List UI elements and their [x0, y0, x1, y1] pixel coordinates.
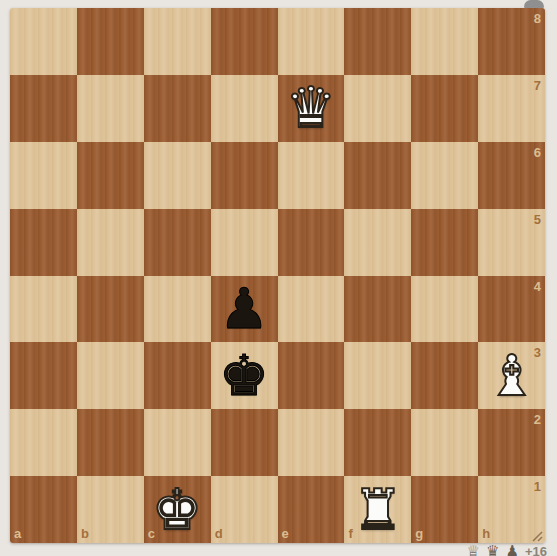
collapse-arrow-icon[interactable]: [524, 0, 544, 8]
square-d8[interactable]: [211, 8, 278, 75]
square-g6[interactable]: [411, 142, 478, 209]
chess-board[interactable]: 8♛765♟4♚3♝2abc♚def♜g1h: [10, 8, 545, 543]
square-h6[interactable]: 6: [478, 142, 545, 209]
square-b6[interactable]: [77, 142, 144, 209]
square-b8[interactable]: [77, 8, 144, 75]
square-e8[interactable]: [278, 8, 345, 75]
piece-white-queen[interactable]: ♛: [286, 80, 336, 136]
square-c6[interactable]: [144, 142, 211, 209]
square-e3[interactable]: [278, 342, 345, 409]
square-h2[interactable]: 2: [478, 409, 545, 476]
chess-app-page: 8♛765♟4♚3♝2abc♚def♜g1h ♕♛♟+16: [0, 0, 557, 556]
piece-white-king[interactable]: ♚: [152, 482, 202, 538]
square-e5[interactable]: [278, 209, 345, 276]
rank-label-7: 7: [534, 78, 541, 93]
captured-pieces-bar: ♕♛♟+16: [467, 544, 547, 556]
piece-black-king[interactable]: ♚: [219, 348, 269, 404]
piece-black-pawn[interactable]: ♟: [219, 281, 269, 337]
square-g7[interactable]: [411, 75, 478, 142]
square-d4[interactable]: ♟: [211, 276, 278, 343]
square-g3[interactable]: [411, 342, 478, 409]
square-c2[interactable]: [144, 409, 211, 476]
file-label-a: a: [14, 526, 21, 541]
square-h5[interactable]: 5: [478, 209, 545, 276]
square-g4[interactable]: [411, 276, 478, 343]
square-f5[interactable]: [344, 209, 411, 276]
square-a3[interactable]: [10, 342, 77, 409]
square-e2[interactable]: [278, 409, 345, 476]
square-d2[interactable]: [211, 409, 278, 476]
square-f3[interactable]: [344, 342, 411, 409]
square-a4[interactable]: [10, 276, 77, 343]
captured-queen-icon: ♛: [486, 544, 499, 556]
square-d5[interactable]: [211, 209, 278, 276]
square-c4[interactable]: [144, 276, 211, 343]
square-b4[interactable]: [77, 276, 144, 343]
square-b1[interactable]: b: [77, 476, 144, 543]
square-g8[interactable]: [411, 8, 478, 75]
square-d7[interactable]: [211, 75, 278, 142]
square-a5[interactable]: [10, 209, 77, 276]
square-d1[interactable]: d: [211, 476, 278, 543]
square-c1[interactable]: c♚: [144, 476, 211, 543]
file-label-g: g: [415, 526, 423, 541]
square-f1[interactable]: f♜: [344, 476, 411, 543]
square-h4[interactable]: 4: [478, 276, 545, 343]
square-g2[interactable]: [411, 409, 478, 476]
square-f7[interactable]: [344, 75, 411, 142]
captured-queen-outline-icon: ♕: [467, 544, 480, 556]
file-label-e: e: [282, 526, 289, 541]
file-label-d: d: [215, 526, 223, 541]
rank-label-4: 4: [534, 279, 541, 294]
square-h3[interactable]: 3♝: [478, 342, 545, 409]
piece-white-bishop[interactable]: ♝: [486, 348, 536, 404]
square-g5[interactable]: [411, 209, 478, 276]
rank-label-6: 6: [534, 145, 541, 160]
square-e1[interactable]: e: [278, 476, 345, 543]
square-f8[interactable]: [344, 8, 411, 75]
piece-white-rook[interactable]: ♜: [353, 482, 403, 538]
square-e7[interactable]: ♛: [278, 75, 345, 142]
square-h7[interactable]: 7: [478, 75, 545, 142]
file-label-h: h: [482, 526, 490, 541]
square-c8[interactable]: [144, 8, 211, 75]
rank-label-8: 8: [534, 11, 541, 26]
square-e4[interactable]: [278, 276, 345, 343]
square-c5[interactable]: [144, 209, 211, 276]
board-resize-handle-icon[interactable]: [530, 528, 543, 541]
square-c7[interactable]: [144, 75, 211, 142]
square-h8[interactable]: 8: [478, 8, 545, 75]
square-b7[interactable]: [77, 75, 144, 142]
rank-label-2: 2: [534, 412, 541, 427]
square-a6[interactable]: [10, 142, 77, 209]
square-a1[interactable]: a: [10, 476, 77, 543]
square-a7[interactable]: [10, 75, 77, 142]
square-f4[interactable]: [344, 276, 411, 343]
square-a8[interactable]: [10, 8, 77, 75]
rank-label-5: 5: [534, 212, 541, 227]
file-label-b: b: [81, 526, 89, 541]
square-a2[interactable]: [10, 409, 77, 476]
square-f6[interactable]: [344, 142, 411, 209]
square-b3[interactable]: [77, 342, 144, 409]
square-b2[interactable]: [77, 409, 144, 476]
material-advantage: +16: [525, 544, 547, 556]
square-e6[interactable]: [278, 142, 345, 209]
captured-pawn-icon: ♟: [505, 544, 518, 556]
square-d6[interactable]: [211, 142, 278, 209]
rank-label-1: 1: [534, 479, 541, 494]
square-c3[interactable]: [144, 342, 211, 409]
square-b5[interactable]: [77, 209, 144, 276]
square-f2[interactable]: [344, 409, 411, 476]
square-d3[interactable]: ♚: [211, 342, 278, 409]
square-g1[interactable]: g: [411, 476, 478, 543]
